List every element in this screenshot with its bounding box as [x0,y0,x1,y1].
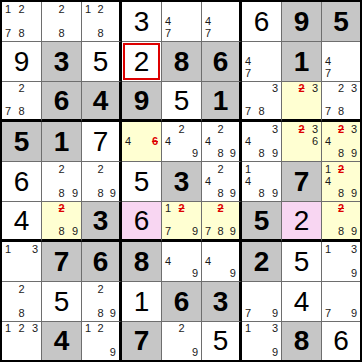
candidate-7: 7 [325,106,331,117]
candidate-3: 3 [32,323,38,334]
candidate-8: 8 [58,226,64,237]
cell-r8c8[interactable]: 4 [282,282,322,322]
candidate-9: 9 [192,148,198,159]
solved-digit: 5 [294,248,310,276]
cell-r3c9[interactable]: 2378 [322,82,360,122]
given-digit: 3 [93,207,109,235]
cell-r1c6[interactable]: 47 [202,2,242,42]
candidate-grid: 2489 [202,162,239,201]
candidate-2-eliminated: 2 [58,203,64,214]
candidate-2-eliminated: 2 [178,203,184,214]
given-digit: 6 [54,87,70,115]
candidate-4: 4 [165,256,171,267]
cell-r4c1[interactable]: 5 [2,122,42,162]
candidate-8: 8 [338,188,344,199]
candidate-2: 2 [217,164,223,175]
cell-r4c9[interactable]: 23489 [322,122,360,162]
candidate-9: 9 [351,268,357,279]
candidate-8: 8 [217,148,223,159]
candidate-8: 8 [97,308,103,319]
cell-r4c7[interactable]: 3489 [242,122,282,162]
candidate-8: 8 [258,106,264,117]
candidate-2: 2 [338,83,344,94]
candidate-2-eliminated: 2 [298,83,304,94]
candidate-9: 9 [110,188,116,199]
cell-r2c7[interactable]: 47 [242,42,282,82]
cell-r3c7[interactable]: 378 [242,82,282,122]
candidate-9: 9 [230,188,236,199]
solved-digit: 6 [134,207,150,235]
cell-r5c3[interactable]: 289 [82,162,122,202]
candidate-7: 7 [165,28,171,39]
cell-r5c2[interactable]: 289 [42,162,82,202]
candidate-grid: 1489 [242,162,281,201]
cell-r2c4[interactable]: 2 [122,42,162,82]
candidate-4: 4 [205,176,211,187]
given-digit: 8 [174,48,190,76]
candidate-8: 8 [58,188,64,199]
solved-digit: 9 [14,48,30,76]
cell-r9c6[interactable]: 5 [202,322,242,360]
candidate-grid: 49 [162,242,201,281]
candidate-4: 4 [165,16,171,27]
cell-r7c7[interactable]: 2 [242,242,282,282]
candidate-2-eliminated: 2 [298,124,304,135]
sudoku-board: 1278281283474769593528647147278649513782… [0,0,362,362]
solved-digit: 5 [213,327,229,355]
solved-digit: 2 [134,48,150,76]
candidate-7: 7 [245,308,251,319]
cell-r4c5[interactable]: 249 [162,122,202,162]
candidate-3: 3 [351,83,357,94]
candidate-2: 2 [18,83,24,94]
cell-r8c4[interactable]: 1 [122,282,162,322]
given-digit: 9 [134,87,150,115]
cell-r2c5[interactable]: 8 [162,42,202,82]
candidate-9: 9 [110,347,116,358]
candidate-3: 3 [351,244,357,255]
cell-r5c6[interactable]: 2489 [202,162,242,202]
cell-r3c3[interactable]: 4 [82,82,122,122]
solved-digit: 5 [134,168,150,196]
candidate-9: 9 [192,226,198,237]
solved-digit: 5 [54,288,70,316]
candidate-6: 6 [312,136,318,147]
candidate-grid: 3489 [242,122,281,161]
cell-r5c4[interactable]: 5 [122,162,162,202]
given-digit: 1 [294,48,310,76]
given-digit: 6 [174,288,190,316]
cell-r9c8[interactable]: 8 [282,322,322,360]
candidate-9: 9 [272,347,278,358]
candidate-7: 7 [205,226,211,237]
candidate-grid: 289 [82,282,119,321]
candidate-3: 3 [272,83,278,94]
candidate-grid: 47 [162,2,201,41]
cell-r9c4[interactable]: 7 [122,322,162,360]
candidate-grid: 28 [2,282,41,321]
candidate-1: 1 [325,244,331,255]
cell-r1c5[interactable]: 47 [162,2,202,42]
candidate-2: 2 [97,284,103,295]
candidate-3: 3 [32,244,38,255]
candidate-7: 7 [165,226,171,237]
candidate-2: 2 [18,284,24,295]
candidate-grid: 123 [2,322,41,360]
cell-r7c6[interactable]: 49 [202,242,242,282]
candidate-9: 9 [72,188,78,199]
candidate-9: 9 [351,188,357,199]
given-digit: 1 [54,128,70,156]
cell-r3c2[interactable]: 6 [42,82,82,122]
candidate-7: 7 [5,106,11,117]
cell-r6c5[interactable]: 1279 [162,202,202,242]
cell-r1c8[interactable]: 9 [282,2,322,42]
candidate-grid: 23 [282,82,321,119]
cell-r9c9[interactable]: 6 [322,322,360,360]
candidate-1: 1 [85,323,91,334]
given-digit: 6 [213,48,229,76]
candidate-9: 9 [230,268,236,279]
cell-r3c8[interactable]: 23 [282,82,322,122]
cell-r7c3[interactable]: 6 [82,242,122,282]
candidate-9: 9 [230,226,236,237]
cell-r9c7[interactable]: 139 [242,322,282,360]
cell-r8c1[interactable]: 28 [2,282,42,322]
candidate-3: 3 [272,323,278,334]
candidate-2: 2 [217,124,223,135]
candidate-1: 1 [5,244,11,255]
candidate-grid: 79 [242,282,281,321]
candidate-2: 2 [97,4,103,15]
cell-r8c5[interactable]: 6 [162,282,202,322]
candidate-grid: 139 [242,322,281,360]
cell-r8c9[interactable]: 79 [322,282,360,322]
cell-r6c9[interactable]: 289 [322,202,360,242]
candidate-7: 7 [245,106,251,117]
solved-digit: 6 [14,168,30,196]
candidate-3: 3 [312,124,318,135]
candidate-1: 1 [325,164,331,175]
given-digit: 9 [294,8,310,36]
cell-r4c6[interactable]: 2489 [202,122,242,162]
cell-r6c6[interactable]: 2789 [202,202,242,242]
solved-digit: 6 [254,8,270,36]
cell-r8c2[interactable]: 5 [42,282,82,322]
cell-r1c9[interactable]: 5 [322,2,360,42]
cell-r2c1[interactable]: 9 [2,42,42,82]
candidate-2-eliminated: 2 [338,203,344,214]
cell-r3c5[interactable]: 5 [162,82,202,122]
cell-r6c4[interactable]: 6 [122,202,162,242]
candidate-2-eliminated: 2 [217,203,223,214]
candidate-8: 8 [97,28,103,39]
cell-r9c5[interactable]: 29 [162,322,202,360]
cell-r2c2[interactable]: 3 [42,42,82,82]
candidate-grid: 378 [242,82,281,119]
cell-r7c1[interactable]: 13 [2,242,42,282]
candidate-2: 2 [58,4,64,15]
cell-r2c8[interactable]: 1 [282,42,322,82]
cell-r4c3[interactable]: 7 [82,122,122,162]
cell-r5c5[interactable]: 3 [162,162,202,202]
cell-r1c1[interactable]: 1278 [2,2,42,42]
candidate-8: 8 [18,308,24,319]
candidate-9: 9 [351,308,357,319]
cell-r7c4[interactable]: 8 [122,242,162,282]
solved-digit: 4 [14,207,30,235]
cell-r3c4[interactable]: 9 [122,82,162,122]
candidate-4: 4 [325,56,331,67]
given-digit: 5 [14,128,30,156]
candidate-7: 7 [325,68,331,79]
candidate-4: 4 [325,136,331,147]
candidate-8: 8 [217,188,223,199]
candidate-3: 3 [272,124,278,135]
candidate-9: 9 [272,308,278,319]
candidate-9: 9 [351,226,357,237]
cell-r5c8[interactable]: 7 [282,162,322,202]
candidate-4: 4 [325,176,331,187]
given-digit: 2 [254,248,270,276]
cell-r5c1[interactable]: 6 [2,162,42,202]
candidate-8: 8 [18,28,24,39]
candidate-7: 7 [5,28,11,39]
candidate-grid: 47 [202,2,239,41]
candidate-7: 7 [325,308,331,319]
cell-r2c6[interactable]: 6 [202,42,242,82]
cell-r2c3[interactable]: 5 [82,42,122,82]
candidate-4: 4 [125,136,131,147]
given-digit: 8 [134,248,150,276]
cell-r9c1[interactable]: 123 [2,322,42,360]
candidate-4: 4 [205,16,211,27]
candidate-grid: 1279 [162,202,201,239]
candidate-2: 2 [178,124,184,135]
candidate-9: 9 [272,188,278,199]
candidate-8: 8 [258,188,264,199]
cell-r7c9[interactable]: 139 [322,242,360,282]
candidate-6-eliminated: 6 [152,136,158,147]
candidate-grid: 13 [2,242,41,281]
candidate-8: 8 [338,226,344,237]
candidate-8: 8 [58,28,64,39]
candidate-9: 9 [230,148,236,159]
candidate-1: 1 [165,203,171,214]
solved-digit: 5 [174,87,190,115]
candidate-grid: 128 [82,2,119,41]
candidate-grid: 289 [322,202,360,239]
candidate-grid: 1278 [2,2,41,41]
given-digit: 8 [294,327,310,355]
candidate-2: 2 [178,323,184,334]
candidate-2-eliminated: 2 [338,124,344,135]
candidate-grid: 289 [42,202,81,239]
candidate-2: 2 [97,164,103,175]
cell-r3c1[interactable]: 278 [2,82,42,122]
candidate-grid: 2789 [202,202,239,239]
candidate-3: 3 [312,83,318,94]
candidate-4: 4 [205,256,211,267]
candidate-4: 4 [165,136,171,147]
given-digit: 4 [93,87,109,115]
candidate-2: 2 [97,323,103,334]
cell-r8c6[interactable]: 3 [202,282,242,322]
candidate-9: 9 [192,347,198,358]
cell-r9c2[interactable]: 4 [42,322,82,360]
given-digit: 5 [333,8,349,36]
candidate-8: 8 [338,106,344,117]
cell-r6c8[interactable]: 2 [282,202,322,242]
cell-r6c7[interactable]: 5 [242,202,282,242]
candidate-9: 9 [272,148,278,159]
candidate-grid: 12489 [322,162,360,201]
candidate-7: 7 [205,28,211,39]
cell-r4c2[interactable]: 1 [42,122,82,162]
cell-r5c9[interactable]: 12489 [322,162,360,202]
cell-r8c3[interactable]: 289 [82,282,122,322]
candidate-8: 8 [258,148,264,159]
candidate-grid: 23489 [322,122,360,161]
cell-r3c6[interactable]: 1 [202,82,242,122]
candidate-1: 1 [5,4,11,15]
cell-r1c4[interactable]: 3 [122,2,162,42]
solved-digit: 3 [134,8,150,36]
given-digit: 7 [134,327,150,355]
solved-digit: 2 [294,207,310,235]
given-digit: 3 [54,48,70,76]
candidate-grid: 2378 [322,82,360,119]
cell-r7c2[interactable]: 7 [42,242,82,282]
candidate-grid: 129 [82,322,119,360]
candidate-8: 8 [338,148,344,159]
cell-r6c3[interactable]: 3 [82,202,122,242]
given-digit: 3 [174,168,190,196]
candidate-2: 2 [18,4,24,15]
candidate-2: 2 [18,323,24,334]
candidate-1: 1 [5,323,11,334]
candidate-grid: 47 [322,42,360,81]
candidate-grid: 46 [122,122,161,161]
candidate-3: 3 [351,124,357,135]
given-digit: 1 [213,87,229,115]
solved-digit: 5 [93,48,109,76]
candidate-2: 2 [58,164,64,175]
cell-r1c2[interactable]: 28 [42,2,82,42]
solved-digit: 1 [134,288,150,316]
candidate-grid: 49 [202,242,239,281]
given-digit: 7 [294,168,310,196]
candidate-1: 1 [245,164,251,175]
solved-digit: 4 [294,288,310,316]
solved-digit: 7 [93,128,109,156]
solved-digit: 6 [333,327,349,355]
cell-r1c7[interactable]: 6 [242,2,282,42]
given-digit: 7 [54,248,70,276]
candidate-2-eliminated: 2 [338,164,344,175]
candidate-9: 9 [110,308,116,319]
candidate-grid: 79 [322,282,360,321]
given-digit: 3 [213,288,229,316]
candidate-8: 8 [217,226,223,237]
candidate-grid: 139 [322,242,360,281]
candidate-9: 9 [351,148,357,159]
candidate-7: 7 [245,68,251,79]
candidate-4: 4 [245,136,251,147]
cell-r4c4[interactable]: 46 [122,122,162,162]
candidate-grid: 47 [242,42,281,81]
candidate-1: 1 [245,323,251,334]
cell-r1c3[interactable]: 128 [82,2,122,42]
candidate-grid: 278 [2,82,41,119]
candidate-grid: 289 [42,162,81,201]
cell-r4c8[interactable]: 236 [282,122,322,162]
given-digit: 5 [254,207,270,235]
cell-r7c8[interactable]: 5 [282,242,322,282]
candidate-grid: 249 [162,122,201,161]
cell-r7c5[interactable]: 49 [162,242,202,282]
candidate-grid: 289 [82,162,119,201]
candidate-grid: 2489 [202,122,239,161]
candidate-grid: 28 [42,2,81,41]
candidate-8: 8 [18,106,24,117]
candidate-1: 1 [85,4,91,15]
given-digit: 4 [54,327,70,355]
candidate-8: 8 [97,188,103,199]
candidate-4: 4 [205,136,211,147]
candidate-grid: 29 [162,322,201,360]
cell-r5c7[interactable]: 1489 [242,162,282,202]
candidate-4: 4 [245,176,251,187]
cell-r9c3[interactable]: 129 [82,322,122,360]
given-digit: 6 [93,248,109,276]
candidate-9: 9 [72,226,78,237]
cell-r8c7[interactable]: 79 [242,282,282,322]
candidate-4: 4 [245,56,251,67]
cell-r2c9[interactable]: 47 [322,42,360,82]
candidate-9: 9 [192,268,198,279]
cell-r6c1[interactable]: 4 [2,202,42,242]
candidate-grid: 236 [282,122,321,161]
cell-r6c2[interactable]: 289 [42,202,82,242]
